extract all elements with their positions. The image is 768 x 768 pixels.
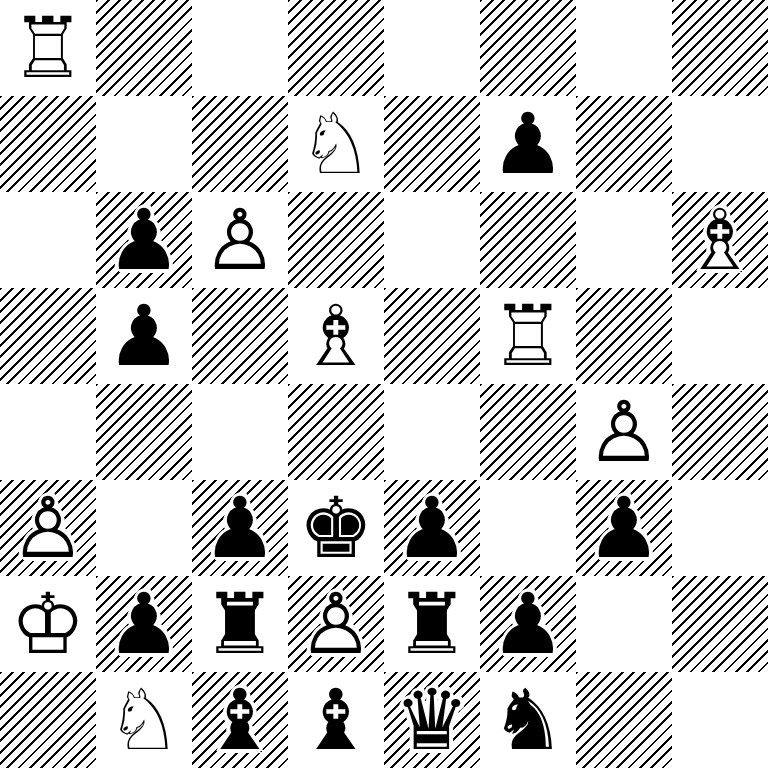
piece-black-king[interactable]: ♚: [288, 480, 384, 576]
square-a5[interactable]: [0, 288, 96, 384]
square-a1[interactable]: [0, 672, 96, 768]
square-h5[interactable]: [672, 288, 768, 384]
piece-black-pawn[interactable]: ♟: [384, 480, 480, 576]
square-e4[interactable]: [384, 384, 480, 480]
piece-black-queen[interactable]: ♛: [384, 672, 480, 768]
square-b3[interactable]: [96, 480, 192, 576]
square-f3[interactable]: [480, 480, 576, 576]
square-e8[interactable]: [384, 0, 480, 96]
square-a3[interactable]: ♟♙: [0, 480, 96, 576]
square-b2[interactable]: ♟♟: [96, 576, 192, 672]
square-g2[interactable]: [576, 576, 672, 672]
square-a7[interactable]: [0, 96, 96, 192]
piece-black-pawn[interactable]: ♟: [480, 576, 576, 672]
square-h3[interactable]: [672, 480, 768, 576]
square-b6[interactable]: ♟♟: [96, 192, 192, 288]
square-c8[interactable]: [192, 0, 288, 96]
square-b7[interactable]: [96, 96, 192, 192]
square-a6[interactable]: [0, 192, 96, 288]
square-b4[interactable]: [96, 384, 192, 480]
square-h4[interactable]: [672, 384, 768, 480]
square-d2[interactable]: ♟♙: [288, 576, 384, 672]
piece-black-knight[interactable]: ♞: [480, 672, 576, 768]
piece-white-pawn[interactable]: ♙: [0, 480, 96, 576]
square-c6[interactable]: ♟♙: [192, 192, 288, 288]
piece-white-pawn[interactable]: ♙: [576, 384, 672, 480]
piece-black-pawn[interactable]: ♟: [96, 288, 192, 384]
square-e2[interactable]: ♜♜: [384, 576, 480, 672]
piece-black-pawn[interactable]: ♟: [96, 576, 192, 672]
piece-black-bishop[interactable]: ♝: [288, 672, 384, 768]
square-f7[interactable]: ♟♟: [480, 96, 576, 192]
square-a4[interactable]: [0, 384, 96, 480]
square-c5[interactable]: [192, 288, 288, 384]
square-f6[interactable]: [480, 192, 576, 288]
piece-black-pawn[interactable]: ♟: [576, 480, 672, 576]
square-h7[interactable]: [672, 96, 768, 192]
square-f8[interactable]: [480, 0, 576, 96]
piece-white-pawn[interactable]: ♙: [288, 576, 384, 672]
square-g8[interactable]: [576, 0, 672, 96]
square-d4[interactable]: [288, 384, 384, 480]
piece-white-rook[interactable]: ♖: [480, 288, 576, 384]
piece-white-bishop[interactable]: ♗: [288, 288, 384, 384]
square-f4[interactable]: [480, 384, 576, 480]
piece-black-bishop[interactable]: ♝: [192, 672, 288, 768]
square-c2[interactable]: ♜♜: [192, 576, 288, 672]
piece-white-king[interactable]: ♔: [0, 576, 96, 672]
square-a2[interactable]: ♚♔: [0, 576, 96, 672]
square-g6[interactable]: [576, 192, 672, 288]
square-e5[interactable]: [384, 288, 480, 384]
square-d1[interactable]: ♝♝: [288, 672, 384, 768]
square-d7[interactable]: ♞♘: [288, 96, 384, 192]
piece-black-pawn[interactable]: ♟: [480, 96, 576, 192]
square-e7[interactable]: [384, 96, 480, 192]
square-b5[interactable]: ♟♟: [96, 288, 192, 384]
piece-white-bishop[interactable]: ♗: [672, 192, 768, 288]
piece-black-pawn[interactable]: ♟: [192, 480, 288, 576]
piece-white-rook[interactable]: ♖: [0, 0, 96, 96]
chess-board: ♜♖♞♘♟♟♟♟♟♙♝♗♟♟♝♗♜♖♟♙♟♙♟♟♚♚♟♟♟♟♚♔♟♟♜♜♟♙♜♜…: [0, 0, 768, 768]
square-f2[interactable]: ♟♟: [480, 576, 576, 672]
square-h1[interactable]: [672, 672, 768, 768]
square-g7[interactable]: [576, 96, 672, 192]
square-e6[interactable]: [384, 192, 480, 288]
square-b8[interactable]: [96, 0, 192, 96]
square-g5[interactable]: [576, 288, 672, 384]
piece-white-pawn[interactable]: ♙: [192, 192, 288, 288]
square-g1[interactable]: [576, 672, 672, 768]
square-d8[interactable]: [288, 0, 384, 96]
square-c1[interactable]: ♝♝: [192, 672, 288, 768]
square-d5[interactable]: ♝♗: [288, 288, 384, 384]
square-c3[interactable]: ♟♟: [192, 480, 288, 576]
square-g3[interactable]: ♟♟: [576, 480, 672, 576]
square-h6[interactable]: ♝♗: [672, 192, 768, 288]
piece-black-pawn[interactable]: ♟: [96, 192, 192, 288]
square-h2[interactable]: [672, 576, 768, 672]
square-g4[interactable]: ♟♙: [576, 384, 672, 480]
square-c4[interactable]: [192, 384, 288, 480]
square-c7[interactable]: [192, 96, 288, 192]
square-e1[interactable]: ♛♛: [384, 672, 480, 768]
piece-white-knight[interactable]: ♘: [288, 96, 384, 192]
piece-black-rook[interactable]: ♜: [192, 576, 288, 672]
square-b1[interactable]: ♞♘: [96, 672, 192, 768]
square-a8[interactable]: ♜♖: [0, 0, 96, 96]
square-e3[interactable]: ♟♟: [384, 480, 480, 576]
square-f1[interactable]: ♞♞: [480, 672, 576, 768]
piece-white-knight[interactable]: ♘: [96, 672, 192, 768]
piece-black-rook[interactable]: ♜: [384, 576, 480, 672]
square-h8[interactable]: [672, 0, 768, 96]
square-d6[interactable]: [288, 192, 384, 288]
square-f5[interactable]: ♜♖: [480, 288, 576, 384]
square-d3[interactable]: ♚♚: [288, 480, 384, 576]
